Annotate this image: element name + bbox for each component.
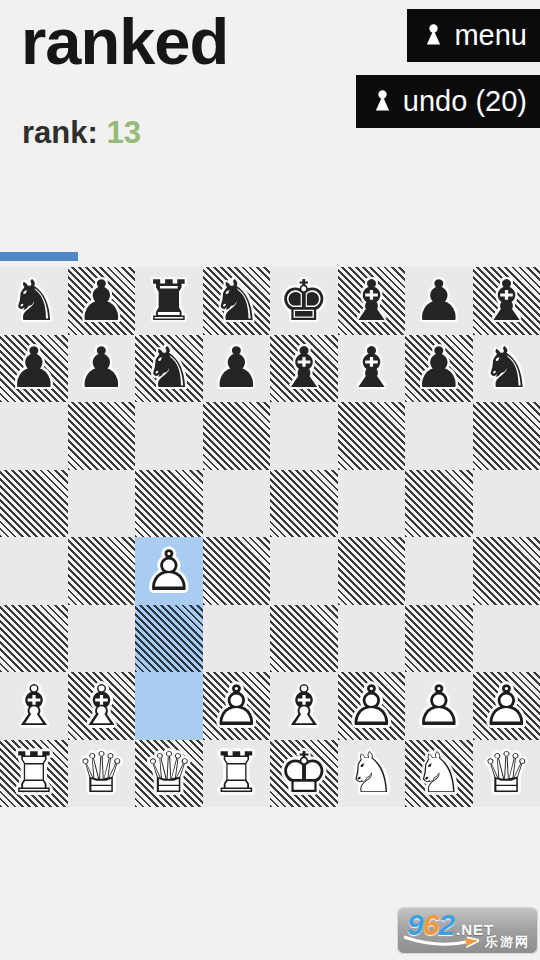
black-king[interactable]: ♚ — [270, 267, 338, 335]
square-e6[interactable] — [270, 402, 338, 470]
white-queen[interactable]: ♛ — [473, 740, 540, 808]
square-c7[interactable]: ♞ — [135, 335, 203, 403]
square-f3[interactable] — [338, 605, 406, 673]
square-c1[interactable]: ♛♕ — [135, 740, 203, 808]
square-a6[interactable] — [0, 402, 68, 470]
square-a1[interactable]: ♜♖ — [0, 740, 68, 808]
square-e7[interactable]: ♝ — [270, 335, 338, 403]
white-bishop[interactable]: ♝ — [68, 672, 136, 740]
black-pawn[interactable]: ♟ — [405, 267, 473, 335]
white-bishop-outline: ♗ — [270, 672, 338, 740]
white-bishop-outline: ♗ — [0, 672, 68, 740]
square-h7[interactable]: ♞ — [473, 335, 540, 403]
square-f4[interactable] — [338, 537, 406, 605]
white-pawn-outline: ♙ — [338, 672, 406, 740]
square-c8[interactable]: ♜ — [135, 267, 203, 335]
square-b3[interactable] — [68, 605, 136, 673]
white-king[interactable]: ♚ — [270, 740, 338, 808]
square-h2[interactable]: ♟♙ — [473, 672, 540, 740]
square-e3[interactable] — [270, 605, 338, 673]
white-pawn[interactable]: ♟ — [338, 672, 406, 740]
square-b8[interactable]: ♟ — [68, 267, 136, 335]
rank-value: 13 — [106, 115, 140, 150]
square-g5[interactable] — [405, 470, 473, 538]
square-b4[interactable] — [68, 537, 136, 605]
square-f2[interactable]: ♟♙ — [338, 672, 406, 740]
962net-watermark-logo: 9 6 2 .NET 乐游网 — [397, 907, 538, 954]
square-f6[interactable] — [338, 402, 406, 470]
white-pawn-outline: ♙ — [135, 537, 203, 605]
watermark-cn-label: 乐游网 — [485, 933, 530, 951]
black-knight[interactable]: ♞ — [0, 267, 68, 335]
square-a4[interactable] — [0, 537, 68, 605]
square-g2[interactable]: ♟♙ — [405, 672, 473, 740]
chess-board[interactable]: ♞♟♜♞♚♝♟♝♟♟♞♟♝♝♟♞♟♙♝♗♝♗♟♙♝♗♟♙♟♙♟♙♜♖♛♕♛♕♜♖… — [0, 267, 540, 807]
white-queen-outline: ♕ — [135, 740, 203, 808]
undo-button[interactable]: undo (20) — [356, 75, 540, 128]
black-rook[interactable]: ♜ — [135, 267, 203, 335]
square-d2[interactable]: ♟♙ — [203, 672, 271, 740]
white-pawn[interactable]: ♟ — [135, 537, 203, 605]
square-e4[interactable] — [270, 537, 338, 605]
square-b7[interactable]: ♟ — [68, 335, 136, 403]
white-queen[interactable]: ♛ — [68, 740, 136, 808]
square-d7[interactable]: ♟ — [203, 335, 271, 403]
black-bishop[interactable]: ♝ — [338, 335, 406, 403]
black-pawn[interactable]: ♟ — [68, 335, 136, 403]
square-h3[interactable] — [473, 605, 540, 673]
black-pawn[interactable]: ♟ — [0, 335, 68, 403]
square-e2[interactable]: ♝♗ — [270, 672, 338, 740]
white-knight[interactable]: ♞ — [338, 740, 406, 808]
square-h6[interactable] — [473, 402, 540, 470]
page-title: ranked — [21, 4, 228, 79]
square-g4[interactable] — [405, 537, 473, 605]
black-bishop[interactable]: ♝ — [473, 267, 540, 335]
square-b6[interactable] — [68, 402, 136, 470]
white-knight-outline: ♘ — [338, 740, 406, 808]
square-d1[interactable]: ♜♖ — [203, 740, 271, 808]
white-pawn[interactable]: ♟ — [405, 672, 473, 740]
square-d5[interactable] — [203, 470, 271, 538]
square-a8[interactable]: ♞ — [0, 267, 68, 335]
black-pawn[interactable]: ♟ — [203, 335, 271, 403]
square-c2[interactable] — [135, 672, 203, 740]
square-c4[interactable]: ♟♙ — [135, 537, 203, 605]
square-c5[interactable] — [135, 470, 203, 538]
white-queen-outline: ♕ — [473, 740, 540, 808]
square-f7[interactable]: ♝ — [338, 335, 406, 403]
black-pawn[interactable]: ♟ — [68, 267, 136, 335]
white-rook[interactable]: ♜ — [0, 740, 68, 808]
ai-progress-bar — [0, 252, 78, 261]
square-h8[interactable]: ♝ — [473, 267, 540, 335]
square-c3[interactable] — [135, 605, 203, 673]
square-e5[interactable] — [270, 470, 338, 538]
square-g1[interactable]: ♞♘ — [405, 740, 473, 808]
square-g6[interactable] — [405, 402, 473, 470]
square-d8[interactable]: ♞ — [203, 267, 271, 335]
black-knight[interactable]: ♞ — [473, 335, 540, 403]
white-bishop[interactable]: ♝ — [270, 672, 338, 740]
rank-line: rank: 13 — [22, 115, 141, 151]
white-pawn[interactable]: ♟ — [473, 672, 540, 740]
square-e8[interactable]: ♚ — [270, 267, 338, 335]
square-a2[interactable]: ♝♗ — [0, 672, 68, 740]
square-g7[interactable]: ♟ — [405, 335, 473, 403]
white-knight[interactable]: ♞ — [405, 740, 473, 808]
white-knight-outline: ♘ — [405, 740, 473, 808]
square-g8[interactable]: ♟ — [405, 267, 473, 335]
square-g3[interactable] — [405, 605, 473, 673]
square-h5[interactable] — [473, 470, 540, 538]
undo-button-label: undo (20) — [403, 85, 527, 118]
black-bishop[interactable]: ♝ — [338, 267, 406, 335]
square-h1[interactable]: ♛♕ — [473, 740, 540, 808]
white-pawn-outline: ♙ — [473, 672, 540, 740]
square-f8[interactable]: ♝ — [338, 267, 406, 335]
swoosh-arrow-icon — [403, 934, 479, 948]
square-c6[interactable] — [135, 402, 203, 470]
white-pawn-outline: ♙ — [405, 672, 473, 740]
square-b2[interactable]: ♝♗ — [68, 672, 136, 740]
white-pawn-outline: ♙ — [203, 672, 271, 740]
pawn-icon — [424, 24, 443, 47]
square-a7[interactable]: ♟ — [0, 335, 68, 403]
white-queen-outline: ♕ — [68, 740, 136, 808]
square-d3[interactable] — [203, 605, 271, 673]
square-f5[interactable] — [338, 470, 406, 538]
black-knight[interactable]: ♞ — [203, 267, 271, 335]
white-king-outline: ♔ — [270, 740, 338, 808]
menu-button-label: menu — [454, 19, 527, 52]
white-pawn[interactable]: ♟ — [203, 672, 271, 740]
rank-label: rank: — [22, 115, 98, 150]
black-bishop[interactable]: ♝ — [270, 335, 338, 403]
square-d4[interactable] — [203, 537, 271, 605]
square-d6[interactable] — [203, 402, 271, 470]
black-knight[interactable]: ♞ — [135, 335, 203, 403]
square-h4[interactable] — [473, 537, 540, 605]
menu-button[interactable]: menu — [407, 9, 540, 62]
white-rook[interactable]: ♜ — [203, 740, 271, 808]
pawn-icon — [373, 90, 392, 113]
square-a5[interactable] — [0, 470, 68, 538]
square-e1[interactable]: ♚♔ — [270, 740, 338, 808]
white-bishop-outline: ♗ — [68, 672, 136, 740]
white-bishop[interactable]: ♝ — [0, 672, 68, 740]
square-f1[interactable]: ♞♘ — [338, 740, 406, 808]
white-rook-outline: ♖ — [0, 740, 68, 808]
square-b5[interactable] — [68, 470, 136, 538]
white-rook-outline: ♖ — [203, 740, 271, 808]
square-b1[interactable]: ♛♕ — [68, 740, 136, 808]
black-pawn[interactable]: ♟ — [405, 335, 473, 403]
white-queen[interactable]: ♛ — [135, 740, 203, 808]
really-bad-chess-screen: ranked rank: 13 menu undo (20) ♞♟♜♞♚♝♟♝♟… — [0, 0, 540, 960]
square-a3[interactable] — [0, 605, 68, 673]
